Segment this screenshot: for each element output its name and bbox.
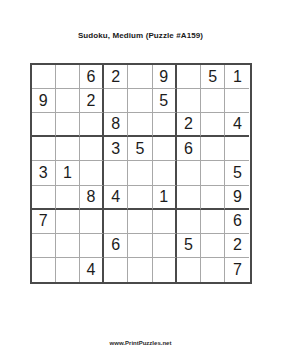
cell-r1c6: 9 [153,65,177,89]
cell-r7c5 [128,210,152,234]
cell-r7c8 [201,210,225,234]
cell-r3c6 [153,113,177,137]
cell-r8c7: 5 [177,234,201,258]
cell-r7c7 [177,210,201,234]
cell-r6c2 [56,186,80,210]
cell-r3c4: 8 [104,113,128,137]
cell-r2c6: 5 [153,89,177,113]
cell-r1c1 [32,65,56,89]
cell-r2c7 [177,89,201,113]
cell-r8c3 [80,234,104,258]
cell-r5c8 [201,161,225,185]
cell-r3c9: 4 [225,113,249,137]
cell-r3c3 [80,113,104,137]
cell-r9c9: 7 [225,258,249,282]
cell-r3c1 [32,113,56,137]
page-title: Sudoku, Medium (Puzzle #A159) [0,31,281,40]
cell-r5c5 [128,161,152,185]
cell-r5c6 [153,161,177,185]
cell-r3c7: 2 [177,113,201,137]
cell-r5c9: 5 [225,161,249,185]
cell-r4c1 [32,137,56,161]
cell-r1c8: 5 [201,65,225,89]
cell-r4c4: 3 [104,137,128,161]
cell-r6c9: 9 [225,186,249,210]
cell-r6c5 [128,186,152,210]
cell-r7c9: 6 [225,210,249,234]
cell-r5c4 [104,161,128,185]
cell-r4c7: 6 [177,137,201,161]
cell-r2c1: 9 [32,89,56,113]
cell-r1c3: 6 [80,65,104,89]
cell-r9c8 [201,258,225,282]
cell-r1c4: 2 [104,65,128,89]
cell-r2c2 [56,89,80,113]
cell-r4c8 [201,137,225,161]
cell-r5c7 [177,161,201,185]
cell-r6c1 [32,186,56,210]
cell-r2c3: 2 [80,89,104,113]
cell-r9c5 [128,258,152,282]
sudoku-board: 6295192582435631584197665247 [30,63,252,284]
cell-r5c3 [80,161,104,185]
cell-r7c6 [153,210,177,234]
footer-url: www.PrintPuzzles.net [0,340,281,346]
cell-r7c2 [56,210,80,234]
cell-r3c5 [128,113,152,137]
cell-r8c8 [201,234,225,258]
board-container: 6295192582435631584197665247 [0,63,281,284]
cell-r6c3: 8 [80,186,104,210]
cell-r4c3 [80,137,104,161]
cell-r6c4: 4 [104,186,128,210]
cell-r7c3 [80,210,104,234]
cell-r7c4 [104,210,128,234]
cell-r8c1 [32,234,56,258]
cell-r8c9: 2 [225,234,249,258]
cell-r9c3: 4 [80,258,104,282]
cell-r6c8 [201,186,225,210]
cell-r5c2: 1 [56,161,80,185]
cell-r1c9: 1 [225,65,249,89]
cell-r8c2 [56,234,80,258]
cell-r9c1 [32,258,56,282]
cell-r4c6 [153,137,177,161]
cell-r9c6 [153,258,177,282]
cell-r6c6: 1 [153,186,177,210]
cell-r8c5 [128,234,152,258]
cell-r4c2 [56,137,80,161]
cell-r1c2 [56,65,80,89]
cell-r3c8 [201,113,225,137]
cell-r6c7 [177,186,201,210]
cell-r5c1: 3 [32,161,56,185]
cell-r9c7 [177,258,201,282]
cell-r1c5 [128,65,152,89]
cell-r2c5 [128,89,152,113]
cell-r1c7 [177,65,201,89]
cell-r2c9 [225,89,249,113]
cell-r2c8 [201,89,225,113]
cell-r4c9 [225,137,249,161]
cell-r8c6 [153,234,177,258]
cell-r4c5: 5 [128,137,152,161]
cell-r9c4 [104,258,128,282]
cell-r3c2 [56,113,80,137]
cell-r8c4: 6 [104,234,128,258]
cell-r9c2 [56,258,80,282]
cell-r7c1: 7 [32,210,56,234]
cell-r2c4 [104,89,128,113]
